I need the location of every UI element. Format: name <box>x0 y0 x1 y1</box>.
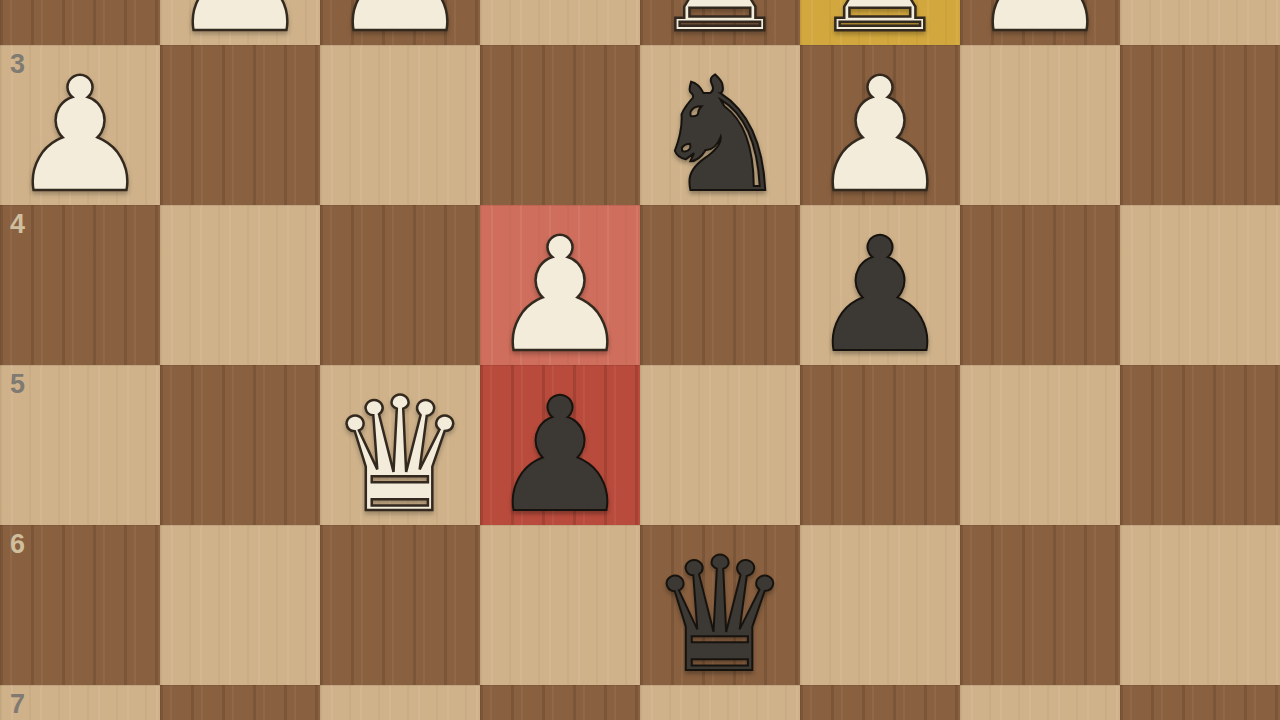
square-f3[interactable] <box>320 45 480 205</box>
square-h7[interactable]: 7 <box>0 685 160 720</box>
square-a6[interactable] <box>1120 525 1280 685</box>
square-a2[interactable] <box>1120 0 1280 45</box>
board-viewport: ♟♟♜♜♟3♟♞♟4♟♟5♛♟6♛7 <box>0 0 1280 720</box>
square-b6[interactable] <box>960 525 1120 685</box>
square-e6[interactable] <box>480 525 640 685</box>
piece-black-pawn-e5[interactable]: ♟ <box>489 375 631 535</box>
piece-black-queen-d6[interactable]: ♛ <box>649 535 791 695</box>
piece-white-pawn-h3[interactable]: ♟ <box>9 55 151 215</box>
chess-board: ♟♟♜♜♟3♟♞♟4♟♟5♛♟6♛7 <box>0 0 1280 720</box>
square-e7[interactable] <box>480 685 640 720</box>
square-c6[interactable] <box>800 525 960 685</box>
square-a3[interactable] <box>1120 45 1280 205</box>
piece-white-pawn-c3[interactable]: ♟ <box>809 55 951 215</box>
piece-black-knight-d3[interactable]: ♞ <box>649 55 791 215</box>
square-g6[interactable] <box>160 525 320 685</box>
square-a7[interactable] <box>1120 685 1280 720</box>
square-h4[interactable]: 4 <box>0 205 160 365</box>
square-c3[interactable]: ♟ <box>800 45 960 205</box>
square-e4-highlighted[interactable]: ♟ <box>480 205 640 365</box>
rank-label-4: 4 <box>10 211 25 238</box>
square-c5[interactable] <box>800 365 960 525</box>
square-h6[interactable]: 6 <box>0 525 160 685</box>
square-a5[interactable] <box>1120 365 1280 525</box>
square-c7[interactable] <box>800 685 960 720</box>
square-e3[interactable] <box>480 45 640 205</box>
rank-label-7: 7 <box>10 691 25 718</box>
square-f7[interactable] <box>320 685 480 720</box>
piece-black-pawn-c4[interactable]: ♟ <box>809 215 951 375</box>
square-a4[interactable] <box>1120 205 1280 365</box>
square-h2[interactable] <box>0 0 160 45</box>
square-f5[interactable]: ♛ <box>320 365 480 525</box>
rank-label-5: 5 <box>10 371 25 398</box>
square-d5[interactable] <box>640 365 800 525</box>
square-c2-highlighted[interactable]: ♜ <box>800 0 960 45</box>
square-d4[interactable] <box>640 205 800 365</box>
square-b3[interactable] <box>960 45 1120 205</box>
square-f4[interactable] <box>320 205 480 365</box>
square-e2[interactable] <box>480 0 640 45</box>
rank-label-6: 6 <box>10 531 25 558</box>
square-g7[interactable] <box>160 685 320 720</box>
square-f2[interactable]: ♟ <box>320 0 480 45</box>
square-d2[interactable]: ♜ <box>640 0 800 45</box>
square-g4[interactable] <box>160 205 320 365</box>
square-g3[interactable] <box>160 45 320 205</box>
square-e5-highlighted[interactable]: ♟ <box>480 365 640 525</box>
square-d7[interactable] <box>640 685 800 720</box>
square-g5[interactable] <box>160 365 320 525</box>
square-g2[interactable]: ♟ <box>160 0 320 45</box>
piece-white-queen-f5[interactable]: ♛ <box>329 375 471 535</box>
square-d3[interactable]: ♞ <box>640 45 800 205</box>
square-d6[interactable]: ♛ <box>640 525 800 685</box>
square-b2[interactable]: ♟ <box>960 0 1120 45</box>
square-b4[interactable] <box>960 205 1120 365</box>
square-f6[interactable] <box>320 525 480 685</box>
square-c4[interactable]: ♟ <box>800 205 960 365</box>
square-b7[interactable] <box>960 685 1120 720</box>
piece-white-pawn-e4[interactable]: ♟ <box>489 215 631 375</box>
square-h5[interactable]: 5 <box>0 365 160 525</box>
square-h3[interactable]: 3♟ <box>0 45 160 205</box>
square-b5[interactable] <box>960 365 1120 525</box>
